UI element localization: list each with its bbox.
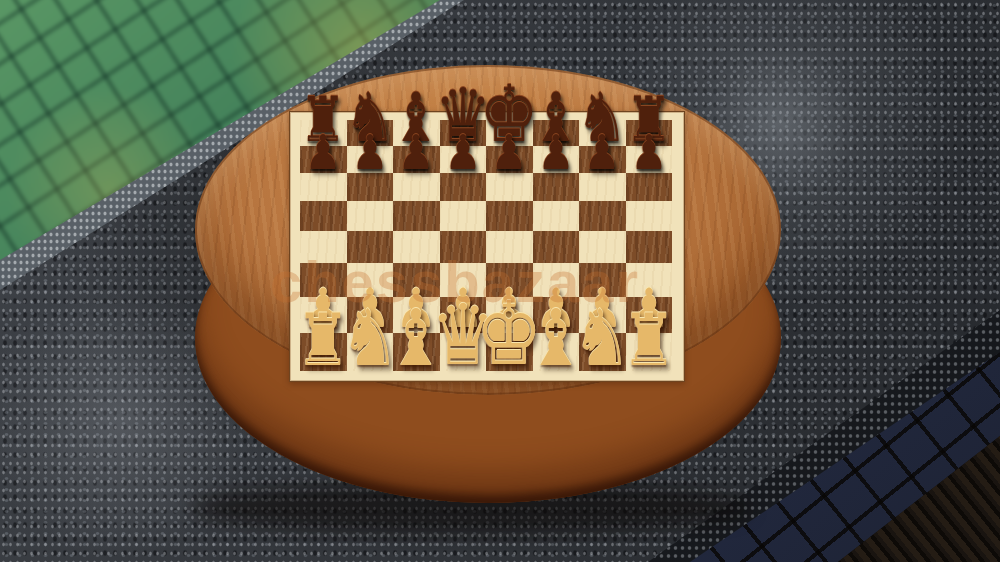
square-g5[interactable] [579,201,626,231]
piece-black-pawn-h7[interactable]: ♟ [607,128,692,176]
square-d5[interactable] [440,201,487,231]
square-a5[interactable] [300,201,347,231]
watermark-text: chessbazaar [245,248,665,315]
scene: ♜♞♝♛♚♝♞♜♟♟♟♟♟♟♟♟♟♟♟♟♟♟♟♟♜♞♝♛♚♝♞♜ chessba… [0,0,1000,562]
square-b5[interactable] [347,201,394,231]
square-c5[interactable] [393,201,440,231]
square-f5[interactable] [533,201,580,231]
square-h5[interactable] [626,201,673,231]
square-e5[interactable] [486,201,533,231]
